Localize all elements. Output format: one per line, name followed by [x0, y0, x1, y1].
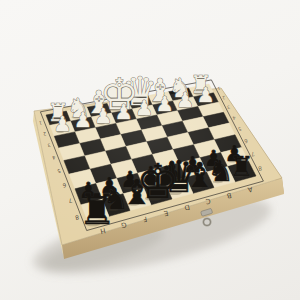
piece-white-pawn-a2: ♟ — [196, 83, 214, 107]
piece-black-rook-h8: ♜ — [78, 185, 116, 234]
chess-set-scene: HGFEDCBA1234567812345678♜♞♝♟♛♟♚♟♝♟♞♟♜♟♟♟… — [0, 0, 300, 300]
piece-white-pawn-h2: ♟ — [53, 112, 71, 136]
product-photo: HGFEDCBA1234567812345678♜♞♝♟♛♟♚♟♝♟♞♟♜♟♟♟… — [0, 0, 300, 300]
piece-white-pawn-c2: ♟ — [156, 92, 174, 116]
piece-white-pawn-d2: ♟ — [135, 96, 153, 120]
piece-white-pawn-b2: ♟ — [176, 88, 194, 112]
piece-white-pawn-f2: ♟ — [94, 104, 112, 128]
piece-white-pawn-g2: ♟ — [74, 108, 92, 132]
piece-white-pawn-e2: ♟ — [115, 100, 133, 124]
